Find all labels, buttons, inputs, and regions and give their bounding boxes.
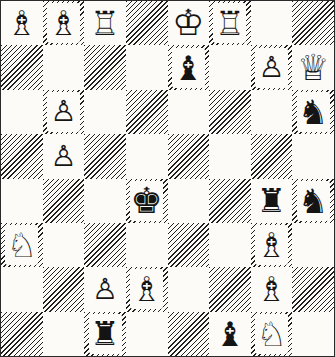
square-g6	[251, 90, 293, 134]
square-f5	[209, 134, 251, 178]
black-rook-icon: ♜	[255, 181, 288, 221]
square-d6	[126, 90, 168, 134]
white-pawn-icon: ♙	[47, 92, 80, 132]
square-h3	[292, 223, 334, 267]
square-e5	[168, 134, 210, 178]
white-bishop-icon: ♗	[255, 225, 288, 265]
square-f3	[209, 223, 251, 267]
square-c3	[84, 223, 126, 267]
white-rook-icon: ♖	[89, 3, 122, 43]
square-c7	[84, 45, 126, 89]
square-d1	[126, 312, 168, 356]
square-e1	[168, 312, 210, 356]
square-c6	[84, 90, 126, 134]
white-knight-icon: ♘	[255, 314, 288, 354]
square-g5	[251, 134, 293, 178]
black-king-icon: ♚	[130, 181, 163, 221]
black-bishop-icon: ♝	[213, 314, 246, 354]
square-g3: ♗	[251, 223, 293, 267]
square-e2	[168, 267, 210, 311]
square-a2	[1, 267, 43, 311]
square-g4: ♜	[251, 179, 293, 223]
square-e3	[168, 223, 210, 267]
square-e7: ♝	[168, 45, 210, 89]
chess-board: ♗♗♖♔♖♝♙♕♙♞♙♚♜♞♘♗♙♗♗♜♝♘	[0, 0, 335, 357]
square-a6	[1, 90, 43, 134]
square-e4	[168, 179, 210, 223]
square-g7: ♙	[251, 45, 293, 89]
square-e6	[168, 90, 210, 134]
square-f8: ♖	[209, 1, 251, 45]
square-d4: ♚	[126, 179, 168, 223]
square-d2: ♗	[126, 267, 168, 311]
square-c8: ♖	[84, 1, 126, 45]
white-bishop-icon: ♗	[47, 3, 80, 43]
square-b2	[43, 267, 85, 311]
white-rook-icon: ♖	[213, 3, 246, 43]
black-rook-icon: ♜	[89, 314, 122, 354]
square-a7	[1, 45, 43, 89]
square-b7	[43, 45, 85, 89]
square-b6: ♙	[43, 90, 85, 134]
square-h5	[292, 134, 334, 178]
square-b5: ♙	[43, 134, 85, 178]
black-knight-icon: ♞	[297, 92, 330, 132]
square-g8	[251, 1, 293, 45]
square-b3	[43, 223, 85, 267]
square-h6: ♞	[292, 90, 334, 134]
square-c5	[84, 134, 126, 178]
white-king-icon: ♔	[172, 3, 205, 43]
square-h7: ♕	[292, 45, 334, 89]
white-queen-icon: ♕	[297, 48, 330, 88]
square-f7	[209, 45, 251, 89]
square-a4	[1, 179, 43, 223]
white-bishop-icon: ♗	[5, 3, 38, 43]
white-pawn-icon: ♙	[47, 136, 80, 176]
white-knight-icon: ♘	[5, 225, 38, 265]
square-h1	[292, 312, 334, 356]
square-f1: ♝	[209, 312, 251, 356]
black-bishop-icon: ♝	[172, 48, 205, 88]
square-f2	[209, 267, 251, 311]
square-d3	[126, 223, 168, 267]
square-c1: ♜	[84, 312, 126, 356]
square-g2: ♗	[251, 267, 293, 311]
square-b1	[43, 312, 85, 356]
black-knight-icon: ♞	[297, 181, 330, 221]
square-d5	[126, 134, 168, 178]
square-g1: ♘	[251, 312, 293, 356]
square-a8: ♗	[1, 1, 43, 45]
white-bishop-icon: ♗	[255, 269, 288, 309]
square-a3: ♘	[1, 223, 43, 267]
square-c4	[84, 179, 126, 223]
square-h2	[292, 267, 334, 311]
square-a5	[1, 134, 43, 178]
square-b4	[43, 179, 85, 223]
white-bishop-icon: ♗	[130, 269, 163, 309]
square-f6	[209, 90, 251, 134]
square-h4: ♞	[292, 179, 334, 223]
square-f4	[209, 179, 251, 223]
square-a1	[1, 312, 43, 356]
white-pawn-icon: ♙	[89, 269, 122, 309]
white-pawn-icon: ♙	[255, 48, 288, 88]
square-c2: ♙	[84, 267, 126, 311]
square-d7	[126, 45, 168, 89]
square-h8	[292, 1, 334, 45]
square-b8: ♗	[43, 1, 85, 45]
square-d8	[126, 1, 168, 45]
square-e8: ♔	[168, 1, 210, 45]
